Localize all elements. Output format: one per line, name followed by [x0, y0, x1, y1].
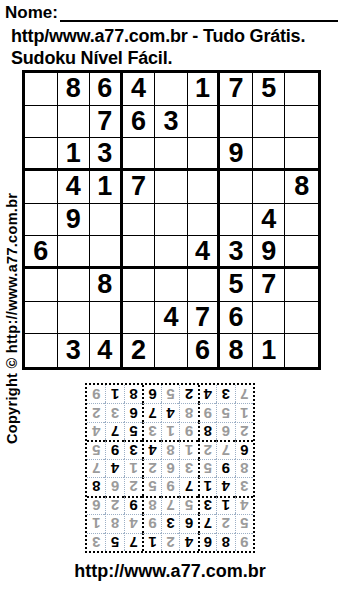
name-write-line: [60, 4, 338, 22]
solution-cell-r6c8: 9: [105, 440, 123, 458]
puzzle-cell-r9c1: [25, 334, 58, 367]
puzzle-cell-r4c3: 1: [90, 171, 123, 204]
sudoku-puzzle-grid: 8641757631394178946439857476342681: [22, 70, 321, 370]
puzzle-cell-r3c9: [285, 138, 318, 171]
puzzle-cell-r7c3: 8: [90, 269, 123, 302]
puzzle-cell-r2c7: [220, 106, 253, 139]
solution-cell-r3c4: 5: [179, 496, 197, 514]
puzzle-cell-r1c5: [155, 73, 188, 106]
solution-cell-r4c9: 8: [87, 477, 105, 495]
puzzle-cell-r4c9: 8: [285, 171, 318, 204]
puzzle-cell-r8c3: [90, 302, 123, 335]
puzzle-cell-r6c7: 3: [220, 236, 253, 269]
puzzle-cell-r3c6: [188, 138, 221, 171]
puzzle-level-title: Sudoku Nível Fácil.: [11, 48, 172, 69]
puzzle-cell-r5c2: 9: [58, 204, 91, 237]
puzzle-cell-r2c6: [188, 106, 221, 139]
puzzle-cell-r8c5: 4: [155, 302, 188, 335]
puzzle-cell-r4c5: [155, 171, 188, 204]
puzzle-cell-r3c3: 3: [90, 138, 123, 171]
puzzle-cell-r1c9: [285, 73, 318, 106]
puzzle-cell-r2c2: [58, 106, 91, 139]
solution-cell-r9c5: 5: [161, 385, 179, 403]
solution-cell-r4c6: 5: [142, 477, 160, 495]
solution-cell-r4c1: 3: [235, 477, 253, 495]
solution-cell-r4c3: 1: [198, 477, 216, 495]
solution-cell-r2c3: 7: [198, 514, 216, 532]
puzzle-cell-r7c2: [58, 269, 91, 302]
solution-cell-r1c5: 2: [161, 533, 179, 551]
solution-cell-r8c1: 1: [235, 403, 253, 421]
name-row: Nome:: [5, 3, 338, 22]
puzzle-cell-r2c8: [253, 106, 286, 139]
solution-cell-r6c2: 7: [216, 440, 234, 458]
solution-cell-r9c1: 7: [235, 385, 253, 403]
solution-cell-r5c4: 3: [179, 459, 197, 477]
puzzle-cell-r5c1: [25, 204, 58, 237]
puzzle-cell-r8c6: 7: [188, 302, 221, 335]
solution-cell-r6c9: 5: [87, 440, 105, 458]
solution-cell-r6c1: 6: [235, 440, 253, 458]
solution-cell-r8c5: 4: [161, 403, 179, 421]
solution-cell-r2c8: 8: [105, 514, 123, 532]
puzzle-cell-r7c1: [25, 269, 58, 302]
puzzle-cell-r1c6: 1: [188, 73, 221, 106]
puzzle-cell-r9c3: 4: [90, 334, 123, 367]
solution-cell-r3c5: 7: [161, 496, 179, 514]
solution-cell-r8c6: 7: [142, 403, 160, 421]
puzzle-cell-r4c6: [188, 171, 221, 204]
puzzle-cell-r9c7: 8: [220, 334, 253, 367]
solution-cell-r5c5: 6: [161, 459, 179, 477]
solution-cell-r6c7: 3: [124, 440, 142, 458]
solution-cell-r8c8: 3: [105, 403, 123, 421]
solution-cell-r7c9: 4: [87, 422, 105, 440]
solution-cell-r9c2: 3: [216, 385, 234, 403]
solution-cell-r7c1: 2: [235, 422, 253, 440]
solution-cell-r9c4: 2: [179, 385, 197, 403]
solution-cell-r5c6: 2: [142, 459, 160, 477]
solution-cell-r6c6: 4: [142, 440, 160, 458]
solution-cell-r7c6: 3: [142, 422, 160, 440]
solution-cell-r3c1: 4: [235, 496, 253, 514]
solution-cell-r3c8: 2: [105, 496, 123, 514]
puzzle-cell-r1c4: 4: [123, 73, 156, 106]
sudoku-print-page: Nome: http/www.a77.com.br - Tudo Grátis.…: [0, 0, 340, 596]
puzzle-cell-r7c9: [285, 269, 318, 302]
puzzle-cell-r6c9: [285, 236, 318, 269]
solution-cell-r1c7: 7: [124, 533, 142, 551]
puzzle-cell-r6c3: [90, 236, 123, 269]
solution-cell-r4c8: 6: [105, 477, 123, 495]
puzzle-cell-r6c6: 4: [188, 236, 221, 269]
puzzle-cell-r6c1: 6: [25, 236, 58, 269]
puzzle-cell-r4c1: [25, 171, 58, 204]
puzzle-cell-r2c5: 3: [155, 106, 188, 139]
solution-cell-r5c3: 5: [198, 459, 216, 477]
solution-cell-r7c4: 9: [179, 422, 197, 440]
solution-cell-r2c4: 6: [179, 514, 197, 532]
solution-cell-r2c7: 4: [124, 514, 142, 532]
solution-cell-r7c3: 8: [198, 422, 216, 440]
puzzle-cell-r3c8: [253, 138, 286, 171]
puzzle-cell-r9c5: [155, 334, 188, 367]
puzzle-cell-r7c7: 5: [220, 269, 253, 302]
solution-cell-r7c7: 5: [124, 422, 142, 440]
solution-cell-r8c3: 9: [198, 403, 216, 421]
puzzle-cell-r8c1: [25, 302, 58, 335]
solution-cell-r4c2: 4: [216, 477, 234, 495]
puzzle-cell-r3c7: 9: [220, 138, 253, 171]
solution-cell-r1c8: 5: [105, 533, 123, 551]
solution-cell-r7c5: 1: [161, 422, 179, 440]
puzzle-cell-r4c4: 7: [123, 171, 156, 204]
puzzle-cell-r1c1: [25, 73, 58, 106]
puzzle-cell-r1c8: 5: [253, 73, 286, 106]
puzzle-cell-r7c5: [155, 269, 188, 302]
solution-cell-r3c3: 3: [198, 496, 216, 514]
solution-cell-r9c6: 6: [142, 385, 160, 403]
puzzle-cell-r3c2: 1: [58, 138, 91, 171]
puzzle-cell-r9c2: 3: [58, 334, 91, 367]
solution-cell-r1c6: 1: [142, 533, 160, 551]
copyright-vertical-text: Copyright © http://www.a77.com.br: [3, 157, 21, 444]
solution-cell-r1c2: 8: [216, 533, 234, 551]
solution-cell-r4c5: 9: [161, 477, 179, 495]
solution-cell-r5c7: 1: [124, 459, 142, 477]
puzzle-cell-r9c4: 2: [123, 334, 156, 367]
solution-cell-r9c8: 1: [105, 385, 123, 403]
puzzle-cell-r2c9: [285, 106, 318, 139]
puzzle-cell-r7c8: 7: [253, 269, 286, 302]
puzzle-cell-r5c3: [90, 204, 123, 237]
puzzle-cell-r8c4: [123, 302, 156, 335]
solution-cell-r5c9: 7: [87, 459, 105, 477]
puzzle-cell-r8c7: 6: [220, 302, 253, 335]
solution-cell-r9c3: 4: [198, 385, 216, 403]
puzzle-cell-r5c9: [285, 204, 318, 237]
puzzle-cell-r5c5: [155, 204, 188, 237]
solution-cell-r2c1: 5: [235, 514, 253, 532]
puzzle-cell-r1c2: 8: [58, 73, 91, 106]
puzzle-cell-r1c3: 6: [90, 73, 123, 106]
puzzle-cell-r9c8: 1: [253, 334, 286, 367]
solution-cell-r3c7: 9: [124, 496, 142, 514]
puzzle-cell-r6c5: [155, 236, 188, 269]
puzzle-cell-r3c5: [155, 138, 188, 171]
solution-cell-r5c8: 4: [105, 459, 123, 477]
solution-cell-r6c3: 2: [198, 440, 216, 458]
solution-cell-r8c7: 6: [124, 403, 142, 421]
solution-cell-r7c2: 6: [216, 422, 234, 440]
solution-cell-r6c5: 8: [161, 440, 179, 458]
solution-cell-r3c6: 8: [142, 496, 160, 514]
puzzle-cell-r9c6: 6: [188, 334, 221, 367]
solution-cell-r8c2: 5: [216, 403, 234, 421]
puzzle-cell-r6c8: 9: [253, 236, 286, 269]
puzzle-cell-r2c1: [25, 106, 58, 139]
puzzle-cell-r8c9: [285, 302, 318, 335]
solution-cell-r4c4: 7: [179, 477, 197, 495]
solution-cell-r4c7: 2: [124, 477, 142, 495]
solution-cell-r8c9: 2: [87, 403, 105, 421]
puzzle-cell-r2c4: 6: [123, 106, 156, 139]
solution-cell-r7c8: 7: [105, 422, 123, 440]
puzzle-cell-r4c2: 4: [58, 171, 91, 204]
solution-cell-r5c1: 8: [235, 459, 253, 477]
puzzle-cell-r6c2: [58, 236, 91, 269]
solution-cell-r5c2: 9: [216, 459, 234, 477]
solution-cell-r6c4: 1: [179, 440, 197, 458]
solution-cell-r1c4: 4: [179, 533, 197, 551]
puzzle-cell-r1c7: 7: [220, 73, 253, 106]
puzzle-cell-r5c7: [220, 204, 253, 237]
puzzle-cell-r6c4: [123, 236, 156, 269]
solution-cell-r1c9: 3: [87, 533, 105, 551]
puzzle-cell-r5c6: [188, 204, 221, 237]
puzzle-cell-r2c3: 7: [90, 106, 123, 139]
solution-cell-r9c7: 8: [124, 385, 142, 403]
puzzle-cell-r5c8: 4: [253, 204, 286, 237]
solution-cell-r8c4: 8: [179, 403, 197, 421]
sudoku-solution-grid-rotated: 9864217535276394814135789263417952688953…: [85, 383, 255, 553]
puzzle-cell-r8c2: [58, 302, 91, 335]
solution-cell-r9c9: 9: [87, 385, 105, 403]
puzzle-cell-r4c7: [220, 171, 253, 204]
solution-cell-r1c1: 9: [235, 533, 253, 551]
solution-cell-r2c5: 3: [161, 514, 179, 532]
puzzle-cell-r8c8: [253, 302, 286, 335]
solution-cell-r2c2: 2: [216, 514, 234, 532]
solution-cell-r2c6: 9: [142, 514, 160, 532]
footer-url: http://www.a77.com.br: [0, 561, 340, 582]
puzzle-cell-r9c9: [285, 334, 318, 367]
puzzle-cell-r3c4: [123, 138, 156, 171]
puzzle-cell-r7c6: [188, 269, 221, 302]
solution-cell-r3c9: 6: [87, 496, 105, 514]
solution-cell-r1c3: 6: [198, 533, 216, 551]
puzzle-cell-r5c4: [123, 204, 156, 237]
solution-cell-r2c9: 1: [87, 514, 105, 532]
site-title: http/www.a77.com.br - Tudo Grátis.: [11, 26, 305, 47]
puzzle-cell-r3c1: [25, 138, 58, 171]
solution-cell-r3c2: 1: [216, 496, 234, 514]
puzzle-cell-r4c8: [253, 171, 286, 204]
puzzle-cell-r7c4: [123, 269, 156, 302]
name-label: Nome:: [5, 3, 58, 22]
